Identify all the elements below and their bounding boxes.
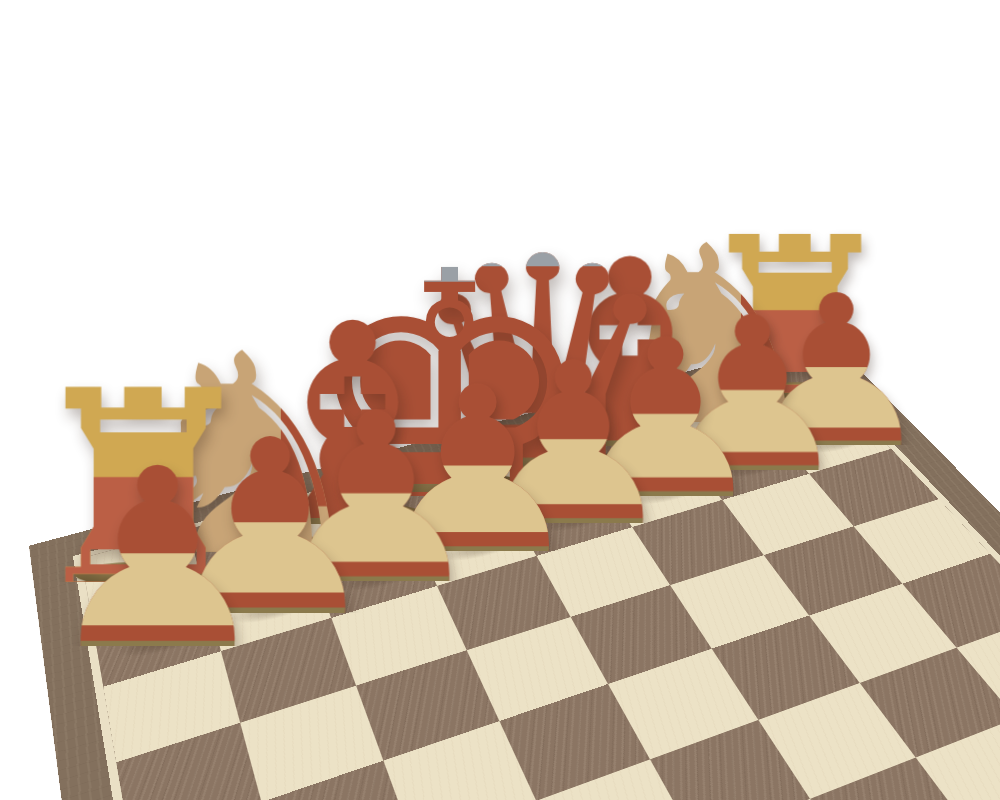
chess-board: ♜♜♜♞♞♞♝♝♚♚♚♛♛♛♝♝♞♞♞♜♜♜♟♟♟♟♟♟♟♟♟♟♟♟♟♟♟♟♟♟…	[29, 335, 1000, 800]
piece-red-pawn-h2: ♟♟♟	[0, 368, 325, 646]
product-photo-scene: ♜♜♜♞♞♞♝♝♚♚♚♛♛♛♝♝♞♞♞♜♜♜♟♟♟♟♟♟♟♟♟♟♟♟♟♟♟♟♟♟…	[0, 0, 1000, 800]
board-playing-area: ♜♜♜♞♞♞♝♝♚♚♚♛♛♛♝♝♞♞♞♜♜♜♟♟♟♟♟♟♟♟♟♟♟♟♟♟♟♟♟♟…	[81, 361, 1000, 800]
